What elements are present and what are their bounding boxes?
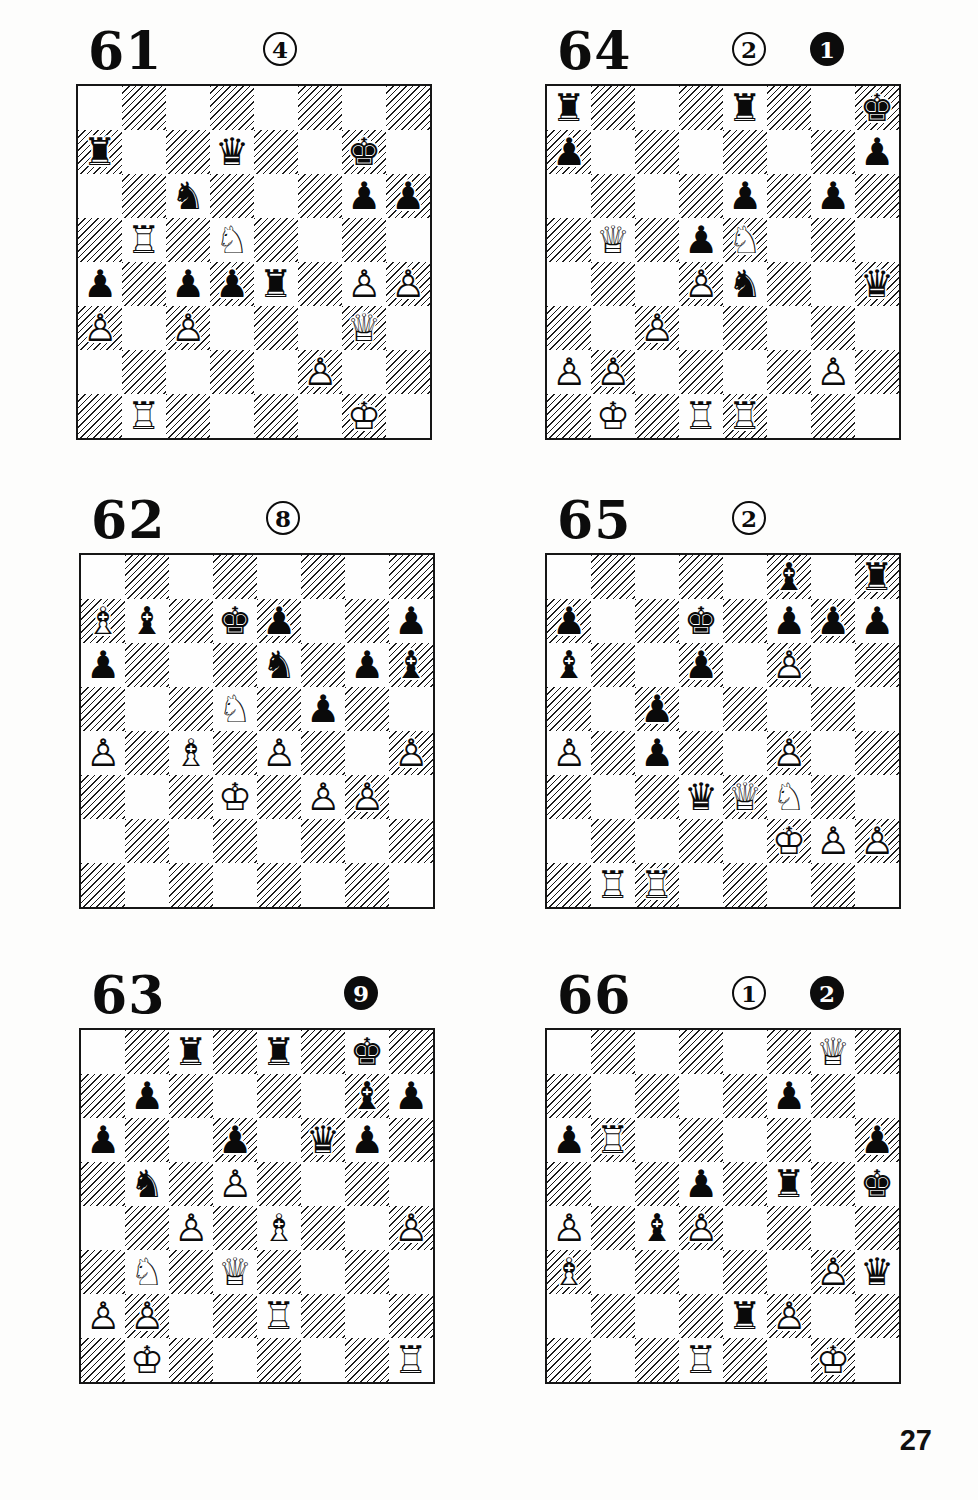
black-pawn[interactable]: ♟♟ bbox=[679, 1162, 723, 1206]
square-e2[interactable]: ♜♜ bbox=[723, 1294, 767, 1338]
square-c6[interactable] bbox=[635, 643, 679, 687]
square-c6[interactable] bbox=[635, 174, 679, 218]
square-e3[interactable] bbox=[723, 306, 767, 350]
square-b1[interactable] bbox=[591, 1338, 635, 1382]
square-g3[interactable] bbox=[811, 775, 855, 819]
square-h2[interactable]: ♟♙ bbox=[855, 819, 899, 863]
square-a6[interactable] bbox=[547, 174, 591, 218]
square-e5[interactable] bbox=[257, 687, 301, 731]
square-a5[interactable] bbox=[547, 687, 591, 731]
square-c1[interactable]: ♜♖ bbox=[635, 863, 679, 907]
square-c6[interactable] bbox=[169, 1118, 213, 1162]
white-bishop[interactable]: ♝♗ bbox=[169, 731, 213, 775]
black-pawn[interactable]: ♟♟ bbox=[210, 262, 254, 306]
square-c5[interactable] bbox=[166, 218, 210, 262]
white-pawn[interactable]: ♟♙ bbox=[78, 306, 122, 350]
square-d7[interactable] bbox=[679, 1074, 723, 1118]
black-bishop[interactable]: ♝♝ bbox=[767, 555, 811, 599]
square-g7[interactable]: ♝♝ bbox=[345, 1074, 389, 1118]
white-pawn[interactable]: ♟♙ bbox=[855, 819, 899, 863]
white-pawn[interactable]: ♟♙ bbox=[257, 731, 301, 775]
square-b3[interactable] bbox=[125, 775, 169, 819]
square-e8[interactable]: ♜♜ bbox=[723, 86, 767, 130]
square-c8[interactable] bbox=[635, 1030, 679, 1074]
square-a8[interactable] bbox=[81, 555, 125, 599]
square-h7[interactable]: ♟♟ bbox=[855, 599, 899, 643]
square-f5[interactable]: ♟♟ bbox=[301, 687, 345, 731]
square-f1[interactable] bbox=[767, 863, 811, 907]
square-f6[interactable]: ♟♙ bbox=[767, 643, 811, 687]
white-pawn[interactable]: ♟♙ bbox=[767, 731, 811, 775]
white-rook[interactable]: ♜♖ bbox=[257, 1294, 301, 1338]
square-c8[interactable] bbox=[166, 86, 210, 130]
black-pawn[interactable]: ♟♟ bbox=[213, 1118, 257, 1162]
square-b4[interactable] bbox=[125, 1206, 169, 1250]
square-f2[interactable]: ♟♙ bbox=[298, 350, 342, 394]
black-queen[interactable]: ♛♛ bbox=[679, 775, 723, 819]
square-c2[interactable] bbox=[635, 1294, 679, 1338]
square-a2[interactable] bbox=[547, 819, 591, 863]
square-d4[interactable]: ♟♙ bbox=[679, 1206, 723, 1250]
square-c2[interactable] bbox=[169, 1294, 213, 1338]
square-b7[interactable]: ♝♝ bbox=[125, 599, 169, 643]
white-pawn[interactable]: ♟♙ bbox=[679, 1206, 723, 1250]
black-rook[interactable]: ♜♜ bbox=[169, 1030, 213, 1074]
square-c4[interactable]: ♝♝ bbox=[635, 1206, 679, 1250]
white-king[interactable]: ♚♔ bbox=[213, 775, 257, 819]
square-b1[interactable] bbox=[125, 863, 169, 907]
square-g8[interactable] bbox=[811, 86, 855, 130]
square-e1[interactable] bbox=[254, 394, 298, 438]
square-b1[interactable]: ♚♔ bbox=[125, 1338, 169, 1382]
black-pawn[interactable]: ♟♟ bbox=[547, 130, 591, 174]
square-a8[interactable]: ♜♜ bbox=[547, 86, 591, 130]
black-queen[interactable]: ♛♛ bbox=[855, 262, 899, 306]
square-f1[interactable] bbox=[767, 1338, 811, 1382]
square-d7[interactable]: ♚♚ bbox=[679, 599, 723, 643]
white-rook[interactable]: ♜♖ bbox=[635, 863, 679, 907]
white-knight[interactable]: ♞♘ bbox=[210, 218, 254, 262]
square-a5[interactable] bbox=[547, 1162, 591, 1206]
square-g6[interactable] bbox=[811, 1118, 855, 1162]
square-e5[interactable] bbox=[723, 687, 767, 731]
white-knight[interactable]: ♞♘ bbox=[767, 775, 811, 819]
square-b5[interactable]: ♜♖ bbox=[122, 218, 166, 262]
square-e3[interactable] bbox=[723, 1250, 767, 1294]
black-rook[interactable]: ♜♜ bbox=[254, 262, 298, 306]
white-knight[interactable]: ♞♘ bbox=[213, 687, 257, 731]
square-b6[interactable] bbox=[591, 174, 635, 218]
square-g2[interactable] bbox=[345, 1294, 389, 1338]
black-bishop[interactable]: ♝♝ bbox=[635, 1206, 679, 1250]
square-d6[interactable] bbox=[679, 174, 723, 218]
square-g5[interactable] bbox=[811, 687, 855, 731]
black-knight[interactable]: ♞♞ bbox=[166, 174, 210, 218]
black-pawn[interactable]: ♟♟ bbox=[345, 1118, 389, 1162]
white-pawn[interactable]: ♟♙ bbox=[547, 1206, 591, 1250]
square-b1[interactable]: ♜♖ bbox=[591, 863, 635, 907]
black-pawn[interactable]: ♟♟ bbox=[386, 174, 430, 218]
white-rook[interactable]: ♜♖ bbox=[679, 1338, 723, 1382]
square-c3[interactable]: ♟♙ bbox=[635, 306, 679, 350]
square-c5[interactable]: ♟♟ bbox=[635, 687, 679, 731]
square-f7[interactable] bbox=[767, 130, 811, 174]
square-a6[interactable]: ♟♟ bbox=[81, 643, 125, 687]
square-h1[interactable] bbox=[855, 394, 899, 438]
square-a1[interactable] bbox=[547, 863, 591, 907]
square-f5[interactable] bbox=[301, 1162, 345, 1206]
square-d2[interactable] bbox=[679, 819, 723, 863]
square-e8[interactable] bbox=[254, 86, 298, 130]
black-pawn[interactable]: ♟♟ bbox=[389, 599, 433, 643]
square-g4[interactable] bbox=[811, 262, 855, 306]
black-knight[interactable]: ♞♞ bbox=[125, 1162, 169, 1206]
square-e3[interactable] bbox=[257, 1250, 301, 1294]
square-d1[interactable] bbox=[213, 1338, 257, 1382]
white-pawn[interactable]: ♟♙ bbox=[679, 262, 723, 306]
square-g7[interactable] bbox=[345, 599, 389, 643]
white-pawn[interactable]: ♟♙ bbox=[635, 306, 679, 350]
square-f8[interactable] bbox=[767, 86, 811, 130]
black-pawn[interactable]: ♟♟ bbox=[635, 731, 679, 775]
square-h2[interactable] bbox=[386, 350, 430, 394]
square-d3[interactable]: ♚♔ bbox=[213, 775, 257, 819]
square-e7[interactable] bbox=[723, 130, 767, 174]
square-b4[interactable] bbox=[125, 731, 169, 775]
square-b8[interactable] bbox=[591, 555, 635, 599]
square-a5[interactable] bbox=[547, 218, 591, 262]
square-h1[interactable] bbox=[855, 863, 899, 907]
white-rook[interactable]: ♜♖ bbox=[122, 394, 166, 438]
square-d5[interactable]: ♞♘ bbox=[213, 687, 257, 731]
square-a6[interactable]: ♝♝ bbox=[547, 643, 591, 687]
white-pawn[interactable]: ♟♙ bbox=[811, 350, 855, 394]
square-c4[interactable] bbox=[635, 262, 679, 306]
square-f8[interactable] bbox=[301, 1030, 345, 1074]
black-queen[interactable]: ♛♛ bbox=[855, 1250, 899, 1294]
square-h5[interactable] bbox=[855, 218, 899, 262]
black-king[interactable]: ♚♚ bbox=[342, 130, 386, 174]
square-f6[interactable] bbox=[767, 1118, 811, 1162]
white-bishop[interactable]: ♝♗ bbox=[81, 599, 125, 643]
square-g6[interactable]: ♟♟ bbox=[342, 174, 386, 218]
square-b7[interactable] bbox=[122, 130, 166, 174]
square-b3[interactable] bbox=[591, 775, 635, 819]
black-bishop[interactable]: ♝♝ bbox=[125, 599, 169, 643]
black-pawn[interactable]: ♟♟ bbox=[811, 599, 855, 643]
square-b7[interactable] bbox=[591, 130, 635, 174]
black-bishop[interactable]: ♝♝ bbox=[345, 1074, 389, 1118]
square-c7[interactable] bbox=[635, 599, 679, 643]
square-f2[interactable]: ♟♙ bbox=[767, 1294, 811, 1338]
square-d6[interactable] bbox=[213, 643, 257, 687]
square-g5[interactable] bbox=[342, 218, 386, 262]
square-a8[interactable] bbox=[78, 86, 122, 130]
square-b6[interactable] bbox=[125, 1118, 169, 1162]
square-f1[interactable] bbox=[301, 1338, 345, 1382]
square-f3[interactable]: ♞♘ bbox=[767, 775, 811, 819]
square-h5[interactable] bbox=[855, 687, 899, 731]
square-d6[interactable] bbox=[679, 1118, 723, 1162]
square-h4[interactable] bbox=[855, 731, 899, 775]
square-a8[interactable] bbox=[547, 1030, 591, 1074]
white-bishop[interactable]: ♝♗ bbox=[257, 1206, 301, 1250]
square-c8[interactable] bbox=[635, 555, 679, 599]
black-pawn[interactable]: ♟♟ bbox=[855, 130, 899, 174]
square-f3[interactable] bbox=[767, 306, 811, 350]
square-b4[interactable] bbox=[591, 1206, 635, 1250]
square-h8[interactable] bbox=[389, 555, 433, 599]
square-e8[interactable] bbox=[723, 1030, 767, 1074]
square-d4[interactable]: ♟♙ bbox=[679, 262, 723, 306]
square-h7[interactable]: ♟♟ bbox=[855, 130, 899, 174]
black-pawn[interactable]: ♟♟ bbox=[723, 174, 767, 218]
white-rook[interactable]: ♜♖ bbox=[389, 1338, 433, 1382]
square-f7[interactable]: ♟♟ bbox=[767, 599, 811, 643]
square-d8[interactable] bbox=[213, 555, 257, 599]
square-g2[interactable] bbox=[342, 350, 386, 394]
square-d3[interactable]: ♛♕ bbox=[213, 1250, 257, 1294]
square-h4[interactable]: ♟♙ bbox=[386, 262, 430, 306]
square-b2[interactable] bbox=[122, 350, 166, 394]
square-c1[interactable] bbox=[635, 1338, 679, 1382]
white-pawn[interactable]: ♟♙ bbox=[591, 350, 635, 394]
square-h6[interactable] bbox=[855, 643, 899, 687]
square-b5[interactable]: ♛♕ bbox=[591, 218, 635, 262]
square-b8[interactable] bbox=[125, 555, 169, 599]
square-g1[interactable] bbox=[811, 863, 855, 907]
square-g1[interactable]: ♚♔ bbox=[342, 394, 386, 438]
square-e2[interactable] bbox=[723, 350, 767, 394]
black-knight[interactable]: ♞♞ bbox=[257, 643, 301, 687]
square-a7[interactable]: ♝♗ bbox=[81, 599, 125, 643]
square-b2[interactable]: ♟♙ bbox=[591, 350, 635, 394]
square-d1[interactable] bbox=[213, 863, 257, 907]
square-h7[interactable] bbox=[855, 1074, 899, 1118]
square-c1[interactable] bbox=[166, 394, 210, 438]
square-b1[interactable]: ♚♔ bbox=[591, 394, 635, 438]
square-g5[interactable] bbox=[811, 1162, 855, 1206]
square-h5[interactable] bbox=[389, 1162, 433, 1206]
square-a8[interactable] bbox=[547, 555, 591, 599]
square-d1[interactable] bbox=[679, 863, 723, 907]
square-a6[interactable]: ♟♟ bbox=[81, 1118, 125, 1162]
black-king[interactable]: ♚♚ bbox=[855, 86, 899, 130]
square-c2[interactable] bbox=[166, 350, 210, 394]
white-rook[interactable]: ♜♖ bbox=[723, 394, 767, 438]
square-e1[interactable] bbox=[257, 863, 301, 907]
square-c8[interactable] bbox=[169, 555, 213, 599]
square-a2[interactable] bbox=[78, 350, 122, 394]
black-king[interactable]: ♚♚ bbox=[345, 1030, 389, 1074]
square-f4[interactable] bbox=[767, 1206, 811, 1250]
square-f6[interactable]: ♛♛ bbox=[301, 1118, 345, 1162]
square-h6[interactable] bbox=[389, 1118, 433, 1162]
square-c1[interactable] bbox=[169, 1338, 213, 1382]
square-e7[interactable]: ♟♟ bbox=[257, 599, 301, 643]
square-h4[interactable] bbox=[855, 1206, 899, 1250]
square-b8[interactable] bbox=[591, 1030, 635, 1074]
square-f4[interactable] bbox=[301, 1206, 345, 1250]
square-e5[interactable] bbox=[257, 1162, 301, 1206]
square-h3[interactable]: ♛♛ bbox=[855, 1250, 899, 1294]
white-pawn[interactable]: ♟♙ bbox=[547, 350, 591, 394]
square-f6[interactable] bbox=[767, 174, 811, 218]
square-c3[interactable] bbox=[635, 1250, 679, 1294]
square-f2[interactable] bbox=[767, 350, 811, 394]
square-e1[interactable] bbox=[723, 863, 767, 907]
black-pawn[interactable]: ♟♟ bbox=[345, 643, 389, 687]
square-b6[interactable]: ♜♖ bbox=[591, 1118, 635, 1162]
square-h7[interactable] bbox=[386, 130, 430, 174]
black-rook[interactable]: ♜♜ bbox=[78, 130, 122, 174]
square-a2[interactable] bbox=[81, 819, 125, 863]
square-a1[interactable] bbox=[78, 394, 122, 438]
square-d3[interactable] bbox=[679, 1250, 723, 1294]
square-a1[interactable] bbox=[547, 394, 591, 438]
square-b2[interactable]: ♟♙ bbox=[125, 1294, 169, 1338]
square-g4[interactable] bbox=[811, 731, 855, 775]
black-rook[interactable]: ♜♜ bbox=[257, 1030, 301, 1074]
square-f7[interactable] bbox=[298, 130, 342, 174]
square-h2[interactable] bbox=[855, 1294, 899, 1338]
square-f5[interactable]: ♜♜ bbox=[767, 1162, 811, 1206]
square-h8[interactable]: ♚♚ bbox=[855, 86, 899, 130]
square-c6[interactable]: ♞♞ bbox=[166, 174, 210, 218]
square-e5[interactable] bbox=[723, 1162, 767, 1206]
square-e5[interactable]: ♞♘ bbox=[723, 218, 767, 262]
white-knight[interactable]: ♞♘ bbox=[125, 1250, 169, 1294]
square-c5[interactable] bbox=[169, 687, 213, 731]
black-rook[interactable]: ♜♜ bbox=[723, 1294, 767, 1338]
square-b1[interactable]: ♜♖ bbox=[122, 394, 166, 438]
square-c2[interactable] bbox=[169, 819, 213, 863]
square-c7[interactable] bbox=[166, 130, 210, 174]
square-e4[interactable]: ♜♜ bbox=[254, 262, 298, 306]
black-pawn[interactable]: ♟♟ bbox=[81, 643, 125, 687]
square-d2[interactable] bbox=[213, 819, 257, 863]
square-d5[interactable]: ♟♟ bbox=[679, 1162, 723, 1206]
square-e6[interactable] bbox=[254, 174, 298, 218]
square-d5[interactable]: ♟♙ bbox=[213, 1162, 257, 1206]
square-h8[interactable]: ♜♜ bbox=[855, 555, 899, 599]
square-d3[interactable]: ♛♛ bbox=[679, 775, 723, 819]
square-a5[interactable] bbox=[78, 218, 122, 262]
square-e2[interactable] bbox=[257, 819, 301, 863]
square-b4[interactable] bbox=[591, 262, 635, 306]
square-b7[interactable]: ♟♟ bbox=[125, 1074, 169, 1118]
white-pawn[interactable]: ♟♙ bbox=[298, 350, 342, 394]
white-queen[interactable]: ♛♕ bbox=[342, 306, 386, 350]
square-h5[interactable] bbox=[389, 687, 433, 731]
square-f8[interactable] bbox=[301, 555, 345, 599]
square-g8[interactable] bbox=[811, 555, 855, 599]
square-g6[interactable]: ♟♟ bbox=[811, 174, 855, 218]
black-king[interactable]: ♚♚ bbox=[213, 599, 257, 643]
square-f8[interactable] bbox=[298, 86, 342, 130]
square-h6[interactable]: ♟♟ bbox=[386, 174, 430, 218]
white-pawn[interactable]: ♟♙ bbox=[811, 819, 855, 863]
black-pawn[interactable]: ♟♟ bbox=[767, 599, 811, 643]
white-pawn[interactable]: ♟♙ bbox=[345, 775, 389, 819]
square-d3[interactable] bbox=[210, 306, 254, 350]
square-b3[interactable] bbox=[122, 306, 166, 350]
white-rook[interactable]: ♜♖ bbox=[679, 394, 723, 438]
white-king[interactable]: ♚♔ bbox=[767, 819, 811, 863]
square-h3[interactable] bbox=[389, 775, 433, 819]
square-g4[interactable] bbox=[345, 1206, 389, 1250]
square-b4[interactable] bbox=[122, 262, 166, 306]
white-pawn[interactable]: ♟♙ bbox=[547, 731, 591, 775]
square-h3[interactable] bbox=[855, 775, 899, 819]
square-f4[interactable] bbox=[298, 262, 342, 306]
square-d8[interactable] bbox=[679, 1030, 723, 1074]
square-e4[interactable]: ♝♗ bbox=[257, 1206, 301, 1250]
square-b5[interactable] bbox=[591, 1162, 635, 1206]
square-e4[interactable]: ♞♞ bbox=[723, 262, 767, 306]
square-a4[interactable]: ♟♙ bbox=[81, 731, 125, 775]
square-h1[interactable] bbox=[389, 863, 433, 907]
square-g7[interactable] bbox=[811, 130, 855, 174]
square-e7[interactable] bbox=[257, 1074, 301, 1118]
square-e2[interactable]: ♜♖ bbox=[257, 1294, 301, 1338]
square-c5[interactable] bbox=[635, 218, 679, 262]
square-c4[interactable]: ♟♟ bbox=[635, 731, 679, 775]
square-h4[interactable]: ♟♙ bbox=[389, 1206, 433, 1250]
black-pawn[interactable]: ♟♟ bbox=[767, 1074, 811, 1118]
square-h2[interactable] bbox=[855, 350, 899, 394]
white-pawn[interactable]: ♟♙ bbox=[301, 775, 345, 819]
square-d2[interactable] bbox=[213, 1294, 257, 1338]
square-g8[interactable]: ♛♕ bbox=[811, 1030, 855, 1074]
square-g2[interactable] bbox=[345, 819, 389, 863]
square-f6[interactable] bbox=[301, 643, 345, 687]
square-b8[interactable] bbox=[591, 86, 635, 130]
square-d8[interactable] bbox=[210, 86, 254, 130]
black-pawn[interactable]: ♟♟ bbox=[166, 262, 210, 306]
square-e3[interactable] bbox=[257, 775, 301, 819]
square-d1[interactable] bbox=[210, 394, 254, 438]
black-rook[interactable]: ♜♜ bbox=[547, 86, 591, 130]
square-e1[interactable]: ♜♖ bbox=[723, 394, 767, 438]
square-d7[interactable]: ♚♚ bbox=[213, 599, 257, 643]
square-g4[interactable]: ♟♙ bbox=[342, 262, 386, 306]
square-g4[interactable] bbox=[811, 1206, 855, 1250]
square-f3[interactable]: ♟♙ bbox=[301, 775, 345, 819]
square-d5[interactable] bbox=[679, 687, 723, 731]
white-queen[interactable]: ♛♕ bbox=[723, 775, 767, 819]
square-b3[interactable] bbox=[591, 1250, 635, 1294]
white-king[interactable]: ♚♔ bbox=[125, 1338, 169, 1382]
square-a6[interactable]: ♟♟ bbox=[547, 1118, 591, 1162]
square-b7[interactable] bbox=[591, 599, 635, 643]
square-g5[interactable] bbox=[345, 1162, 389, 1206]
square-f1[interactable] bbox=[767, 394, 811, 438]
square-f1[interactable] bbox=[301, 863, 345, 907]
square-d1[interactable]: ♜♖ bbox=[679, 1338, 723, 1382]
square-g3[interactable]: ♟♙ bbox=[345, 775, 389, 819]
square-a4[interactable]: ♟♙ bbox=[547, 731, 591, 775]
black-knight[interactable]: ♞♞ bbox=[723, 262, 767, 306]
black-pawn[interactable]: ♟♟ bbox=[855, 1118, 899, 1162]
square-g2[interactable]: ♟♙ bbox=[811, 819, 855, 863]
white-knight[interactable]: ♞♘ bbox=[723, 218, 767, 262]
square-b6[interactable] bbox=[125, 643, 169, 687]
square-a3[interactable] bbox=[81, 775, 125, 819]
black-pawn[interactable]: ♟♟ bbox=[635, 687, 679, 731]
square-b5[interactable]: ♞♞ bbox=[125, 1162, 169, 1206]
square-a2[interactable]: ♟♙ bbox=[547, 350, 591, 394]
